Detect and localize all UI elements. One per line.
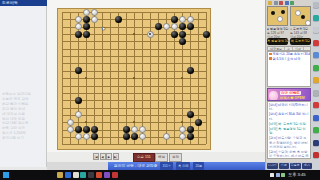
window-footer-spacer bbox=[47, 162, 108, 170]
status-pill: 20분 bbox=[193, 162, 204, 170]
chat-message: [안내] 대국이 시작되었습니다. bbox=[269, 103, 309, 111]
power-icon[interactable] bbox=[313, 152, 319, 158]
settings-icon[interactable] bbox=[313, 140, 319, 146]
chat-message: [관전] 바둑사랑: 우상귀 전투가 치열하네요. 백이 버티기 어려워 보입니… bbox=[269, 136, 309, 149]
stone-black bbox=[123, 126, 130, 133]
taskbar-app-icons bbox=[57, 172, 118, 178]
black-nameplate: 흑 청풍명월 5단 bbox=[267, 38, 288, 45]
chat-message: [대국] 백: 돌부처 5단 입장. bbox=[269, 122, 309, 126]
shop-icon[interactable] bbox=[313, 65, 319, 71]
stone-black bbox=[75, 67, 82, 74]
stone-white bbox=[75, 23, 82, 30]
stone-white bbox=[83, 9, 90, 16]
panel-action-button[interactable]: 나가기 bbox=[267, 163, 278, 169]
go-board[interactable]: ➤ bbox=[57, 8, 211, 150]
stone-white bbox=[179, 126, 186, 133]
star-point bbox=[85, 121, 87, 123]
black-player-avatar bbox=[267, 6, 288, 26]
stone-black bbox=[91, 126, 98, 133]
mail-icon[interactable] bbox=[313, 27, 319, 33]
folder-icon[interactable] bbox=[73, 172, 79, 178]
lesson-icon[interactable] bbox=[313, 127, 319, 133]
stone-white bbox=[139, 126, 146, 133]
star-point bbox=[181, 121, 183, 123]
stone-black bbox=[171, 16, 178, 23]
chat-message: [대국] 흑: 청풍명월 5단 입장. bbox=[269, 127, 309, 135]
grid-line-horizontal bbox=[62, 86, 206, 87]
stone-white bbox=[131, 126, 138, 133]
stone-white bbox=[75, 16, 82, 23]
status-pills: 151수흑 차례20분 bbox=[157, 164, 204, 168]
volume-icon[interactable] bbox=[276, 173, 280, 178]
chat-icon[interactable] bbox=[313, 15, 319, 21]
grid-line-horizontal bbox=[62, 100, 206, 101]
baduk-app-icon[interactable] bbox=[112, 172, 118, 178]
stone-white bbox=[91, 9, 98, 16]
ad-character-art bbox=[269, 91, 278, 101]
panel-tool-icon[interactable] bbox=[279, 1, 283, 5]
friends-icon[interactable] bbox=[313, 52, 319, 58]
list-row-icon bbox=[269, 57, 272, 60]
grid-line-vertical bbox=[166, 12, 167, 144]
move-nav-button[interactable]: ▶ bbox=[106, 153, 112, 160]
home-icon[interactable] bbox=[313, 2, 319, 8]
stone-white bbox=[179, 133, 186, 140]
stone-white bbox=[83, 133, 90, 140]
stone-black bbox=[83, 16, 90, 23]
move-nav-button[interactable]: ▶| bbox=[113, 153, 119, 160]
record-icon[interactable] bbox=[313, 40, 319, 46]
panel-action-button[interactable]: 기권 bbox=[279, 163, 290, 169]
stone-black bbox=[195, 119, 202, 126]
game-list-row[interactable]: 덤 6.5집 / 호선 대국 bbox=[268, 57, 310, 62]
stone-white bbox=[187, 16, 194, 23]
star-point bbox=[133, 33, 135, 35]
board-toolbar: |◀◀▶▶| 수순 151 해설설정 bbox=[47, 152, 265, 162]
grid-line-vertical bbox=[190, 12, 191, 144]
stone-black bbox=[75, 31, 82, 38]
panel-tool-icon[interactable] bbox=[290, 1, 294, 5]
system-tray bbox=[270, 173, 285, 178]
grid-line-vertical bbox=[158, 12, 159, 144]
stone-white bbox=[75, 133, 82, 140]
stone-black bbox=[75, 126, 82, 133]
list-header-col: 수 bbox=[285, 47, 293, 50]
stone-black bbox=[83, 31, 90, 38]
panel-tool-icon[interactable] bbox=[274, 1, 278, 5]
move-nav-button[interactable]: |◀ bbox=[93, 153, 99, 160]
grid-line-vertical bbox=[142, 12, 143, 144]
star-point bbox=[181, 77, 183, 79]
stone-black bbox=[91, 133, 98, 140]
status-strip: 온라인 바둑 - 대국 관전중151수흑 차례20분 bbox=[108, 162, 265, 170]
white-nameplate: 백 돌부처 5단 bbox=[290, 38, 311, 45]
status-pill: 흑 차례 bbox=[176, 162, 190, 170]
list-header-col: 시간 bbox=[293, 47, 304, 50]
event-icon[interactable] bbox=[313, 77, 319, 83]
stone-white bbox=[179, 16, 186, 23]
lobby-side-panel: 바둑뉴스 업데이트오늘의 명국 감상초단 돌파 이벤트주간 랭킹 안내새 대국실… bbox=[0, 6, 47, 167]
lobby-notice-item[interactable]: 공지사항 보기 bbox=[2, 136, 45, 141]
panel-action-button[interactable]: 계가 bbox=[302, 163, 313, 169]
stone-black bbox=[203, 31, 210, 38]
taskbar: 오후 3:45 bbox=[0, 170, 320, 180]
rank-icon[interactable] bbox=[313, 90, 319, 96]
ad-subline: 바둑스쿨 OPEN! bbox=[280, 96, 305, 100]
list-row-icon bbox=[269, 53, 272, 56]
stone-white bbox=[171, 23, 178, 30]
stone-black bbox=[171, 31, 178, 38]
quick-launch-column bbox=[312, 0, 320, 170]
explorer-icon[interactable] bbox=[57, 172, 63, 178]
news-icon[interactable] bbox=[313, 115, 319, 121]
toolbar-button[interactable]: 설정 bbox=[169, 153, 182, 162]
grid-line-horizontal bbox=[62, 115, 206, 116]
toolbar-button[interactable]: 해설 bbox=[155, 153, 168, 162]
avatar-art-stone-black3 bbox=[301, 15, 305, 19]
white-player-avatar bbox=[290, 6, 311, 26]
stone-black bbox=[83, 23, 90, 30]
stone-white bbox=[139, 133, 146, 140]
ad-banner[interactable]: 신규 이벤트 바둑스쿨 OPEN! bbox=[267, 88, 311, 101]
stone-black bbox=[123, 133, 130, 140]
stone-black bbox=[115, 16, 122, 23]
avatar-art-stone-white3 bbox=[305, 20, 311, 26]
stone-black bbox=[179, 23, 186, 30]
stone-black bbox=[155, 23, 162, 30]
media-icon[interactable] bbox=[104, 172, 110, 178]
stone-black bbox=[187, 111, 194, 118]
stone-white bbox=[163, 133, 170, 140]
stone-black bbox=[83, 126, 90, 133]
stone-white bbox=[67, 126, 74, 133]
stone-white bbox=[75, 111, 82, 118]
chrome-icon[interactable] bbox=[96, 172, 102, 178]
panel-tool-icon[interactable] bbox=[285, 1, 289, 5]
star-point bbox=[133, 77, 135, 79]
start-button[interactable] bbox=[3, 172, 9, 178]
grid-line-horizontal bbox=[62, 144, 206, 145]
grid-line-horizontal bbox=[62, 93, 206, 94]
panel-button-bar: 나가기기권무승부계가 bbox=[266, 162, 313, 170]
status-text: 온라인 바둑 - 대국 관전중 bbox=[114, 164, 157, 168]
game-info-list[interactable]: 제한시간 20분 초읽기 30초 3회덤 6.5집 / 호선 대국 bbox=[267, 51, 311, 87]
move-nav-group: |◀◀▶▶| bbox=[93, 153, 119, 160]
stone-black bbox=[187, 23, 194, 30]
stone-white bbox=[163, 23, 170, 30]
ime-korean-icon[interactable] bbox=[270, 173, 274, 178]
taskbar-clock: 오후 3:45 bbox=[288, 170, 318, 180]
star-point bbox=[133, 121, 135, 123]
stone-black bbox=[187, 133, 194, 140]
game-info-panel: ● 청풍명월 5단 ○ 돌부처 5단 승 128 패 97 승 143 패 88… bbox=[265, 0, 312, 170]
game-list-row[interactable]: 제한시간 20분 초읽기 30초 3회 bbox=[268, 52, 310, 57]
chat-message: [관전] 수담객: 하변 흑 모양이 두텁습니다. 계가 바둑 예상해요. bbox=[269, 150, 309, 159]
star-point bbox=[85, 77, 87, 79]
toolbar-extra-group: 해설설정 bbox=[155, 153, 182, 162]
browser-icon[interactable] bbox=[65, 172, 71, 178]
chat-message: [안내] 초읽기 30초 3회 입니다. bbox=[269, 112, 309, 120]
list-header-col: 대국정보 bbox=[268, 47, 285, 50]
stone-black bbox=[75, 97, 82, 104]
editor-icon[interactable] bbox=[88, 172, 94, 178]
status-pill: 151수 bbox=[160, 162, 173, 170]
stone-black bbox=[179, 38, 186, 45]
stone-white bbox=[91, 16, 98, 23]
avatar-art-stone-white2 bbox=[295, 10, 301, 16]
network-icon[interactable] bbox=[281, 173, 285, 178]
lobby-notice-list: 바둑뉴스 업데이트오늘의 명국 감상초단 돌파 이벤트주간 랭킹 안내새 대국실… bbox=[2, 92, 45, 141]
chat-log[interactable]: [안내] 대국이 시작되었습니다.[안내] 초읽기 30초 3회 입니다.[대국… bbox=[267, 101, 311, 159]
ad-headline: 신규 이벤트 bbox=[280, 91, 301, 95]
move-counter-button[interactable]: 수순 151 bbox=[133, 153, 155, 162]
avatar-art-stone-black2 bbox=[281, 10, 285, 14]
grid-line-horizontal bbox=[62, 108, 206, 109]
stone-black bbox=[187, 67, 194, 74]
stone-black bbox=[187, 126, 194, 133]
live-icon[interactable] bbox=[313, 102, 319, 108]
messenger-icon[interactable] bbox=[80, 172, 86, 178]
stone-black bbox=[179, 31, 186, 38]
move-nav-button[interactable]: ◀ bbox=[100, 153, 106, 160]
panel-mini-toolbar bbox=[268, 1, 294, 5]
avatar-art-stone-white bbox=[277, 16, 283, 22]
panel-action-button[interactable]: 무승부 bbox=[290, 163, 301, 169]
stone-white bbox=[67, 119, 74, 126]
avatar-art-stone-black bbox=[271, 11, 275, 15]
stone-black bbox=[131, 133, 138, 140]
panel-tool-icon[interactable] bbox=[268, 1, 272, 5]
